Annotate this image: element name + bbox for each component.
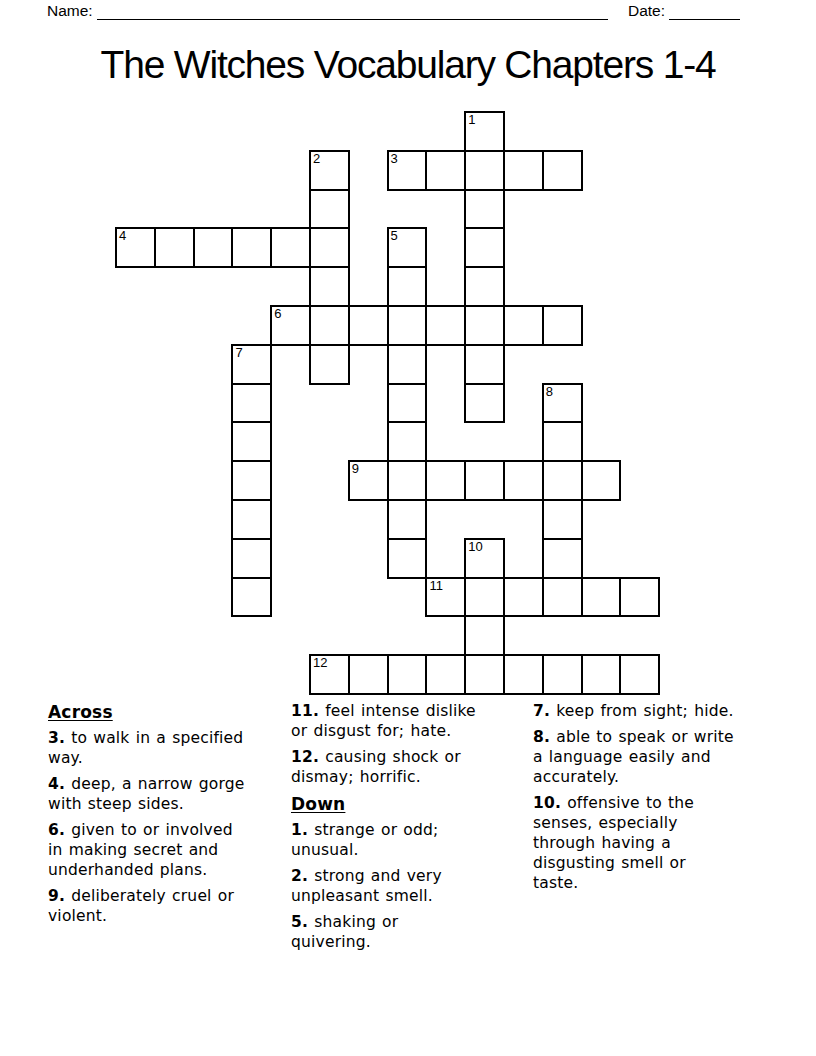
clue-number: 1. [291,821,308,839]
down-heading: Down [291,793,483,815]
clue-number: 12. [291,748,319,766]
clue-down-8: 8. able to speak or write a language eas… [533,727,736,787]
clue-number: 4. [48,775,65,793]
clue-number: 8. [533,728,550,746]
clue-column: 11. feel intense dislike or disgust for;… [291,701,483,958]
clue-across-9: 9. deliberately cruel or violent. [48,886,248,926]
clues-section: Across3. to walk in a specified way.4. d… [0,0,816,1056]
clue-down-5: 5. shaking or quivering. [291,912,483,952]
clue-text: given to or involved in making secret an… [48,821,233,879]
clue-column: Across3. to walk in a specified way.4. d… [48,701,248,932]
clue-across-12: 12. causing shock or dismay; horrific. [291,747,483,787]
clue-text: strange or odd; unusual. [291,821,439,859]
clue-text: able to speak or write a language easily… [533,728,734,786]
clue-down-7: 7. keep from sight; hide. [533,701,736,721]
clue-text: strong and very unpleasant smell. [291,867,442,905]
clue-down-10: 10. offensive to the senses, especially … [533,793,736,893]
clue-down-1: 1. strange or odd; unusual. [291,820,483,860]
clue-text: deep, a narrow gorge with steep sides. [48,775,245,813]
clue-column: 7. keep from sight; hide.8. able to spea… [533,701,736,899]
clue-down-2: 2. strong and very unpleasant smell. [291,866,483,906]
clue-text: deliberately cruel or violent. [48,887,234,925]
clue-text: to walk in a specified way. [48,729,243,767]
clue-across-11: 11. feel intense dislike or disgust for;… [291,701,483,741]
clue-number: 3. [48,729,65,747]
clue-across-4: 4. deep, a narrow gorge with steep sides… [48,774,248,814]
clue-across-3: 3. to walk in a specified way. [48,728,248,768]
clue-number: 7. [533,702,550,720]
clue-number: 9. [48,887,65,905]
clue-text: keep from sight; hide. [550,702,734,720]
clue-number: 2. [291,867,308,885]
clue-across-6: 6. given to or involved in making secret… [48,820,248,880]
crossword-worksheet-page: Name: Date: The Witches Vocabulary Chapt… [0,0,816,1056]
clue-number: 6. [48,821,65,839]
clue-number: 10. [533,794,561,812]
clue-number: 11. [291,702,319,720]
clue-number: 5. [291,913,308,931]
across-heading: Across [48,701,248,723]
clue-text: shaking or quivering. [291,913,398,951]
clue-text: feel intense dislike or disgust for; hat… [291,702,476,740]
